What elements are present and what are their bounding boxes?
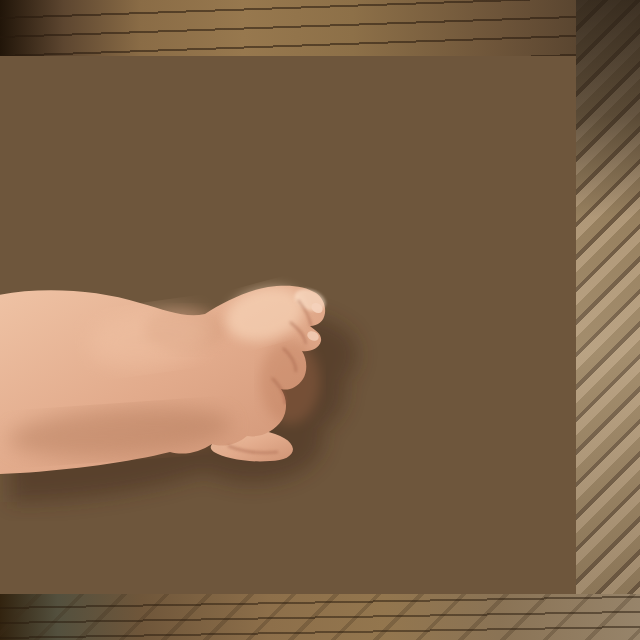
- table-top-planks: [0, 0, 640, 56]
- table-bottom-planks: [0, 594, 640, 640]
- table-dark-left-edge: [0, 0, 44, 640]
- table-diagonal-planks: [576, 0, 640, 640]
- table-surface: [0, 0, 640, 640]
- photo-canvas: { "game": "shogi", "variant_note": "Mini…: [0, 0, 640, 640]
